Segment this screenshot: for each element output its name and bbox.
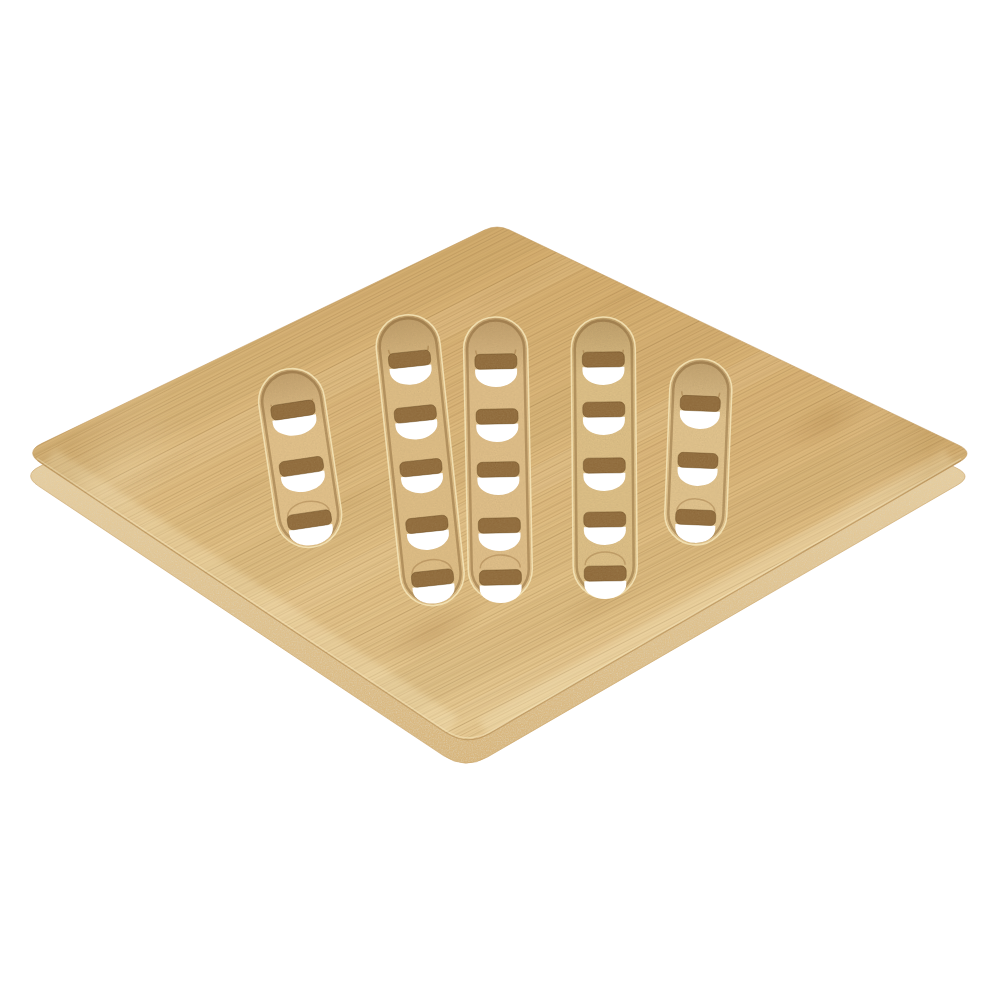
face-vignette — [0, 0, 1000, 1000]
product-photo-canvas — [0, 0, 1000, 1000]
top-face-detail — [0, 0, 1000, 1000]
bamboo-trivet-photo — [0, 0, 1000, 1000]
